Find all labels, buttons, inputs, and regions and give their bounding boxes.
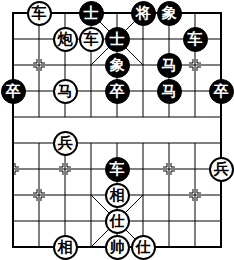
- piece-black-elephant[interactable]: 象: [105, 53, 130, 78]
- piece-white-chariot[interactable]: 车: [27, 1, 52, 26]
- piece-black-advisor[interactable]: 士: [105, 27, 130, 52]
- piece-black-chariot[interactable]: 车: [105, 157, 130, 182]
- piece-white-elephant[interactable]: 相: [105, 183, 130, 208]
- xiangqi-board: 车士将象炮车士车象马卒马卒马卒兵车兵相仕相帅仕: [0, 0, 234, 260]
- piece-black-soldier[interactable]: 卒: [1, 79, 26, 104]
- piece-black-soldier[interactable]: 卒: [105, 79, 130, 104]
- piece-white-horse[interactable]: 马: [53, 79, 78, 104]
- pieces-layer: 车士将象炮车士车象马卒马卒马卒兵车兵相仕相帅仕: [0, 0, 234, 260]
- piece-white-advisor[interactable]: 仕: [105, 209, 130, 234]
- piece-white-soldier[interactable]: 兵: [53, 131, 78, 156]
- piece-white-chariot[interactable]: 车: [79, 27, 104, 52]
- piece-black-advisor[interactable]: 士: [79, 1, 104, 26]
- piece-black-elephant[interactable]: 象: [157, 1, 182, 26]
- piece-black-horse[interactable]: 马: [157, 53, 182, 78]
- piece-black-soldier[interactable]: 卒: [209, 79, 234, 104]
- piece-white-general[interactable]: 帅: [105, 235, 130, 260]
- piece-white-cannon[interactable]: 炮: [53, 27, 78, 52]
- piece-white-advisor[interactable]: 仕: [131, 235, 156, 260]
- piece-black-chariot[interactable]: 车: [183, 27, 208, 52]
- piece-white-soldier[interactable]: 兵: [209, 157, 234, 182]
- piece-black-general[interactable]: 将: [131, 1, 156, 26]
- piece-white-elephant[interactable]: 相: [53, 235, 78, 260]
- piece-black-horse[interactable]: 马: [157, 79, 182, 104]
